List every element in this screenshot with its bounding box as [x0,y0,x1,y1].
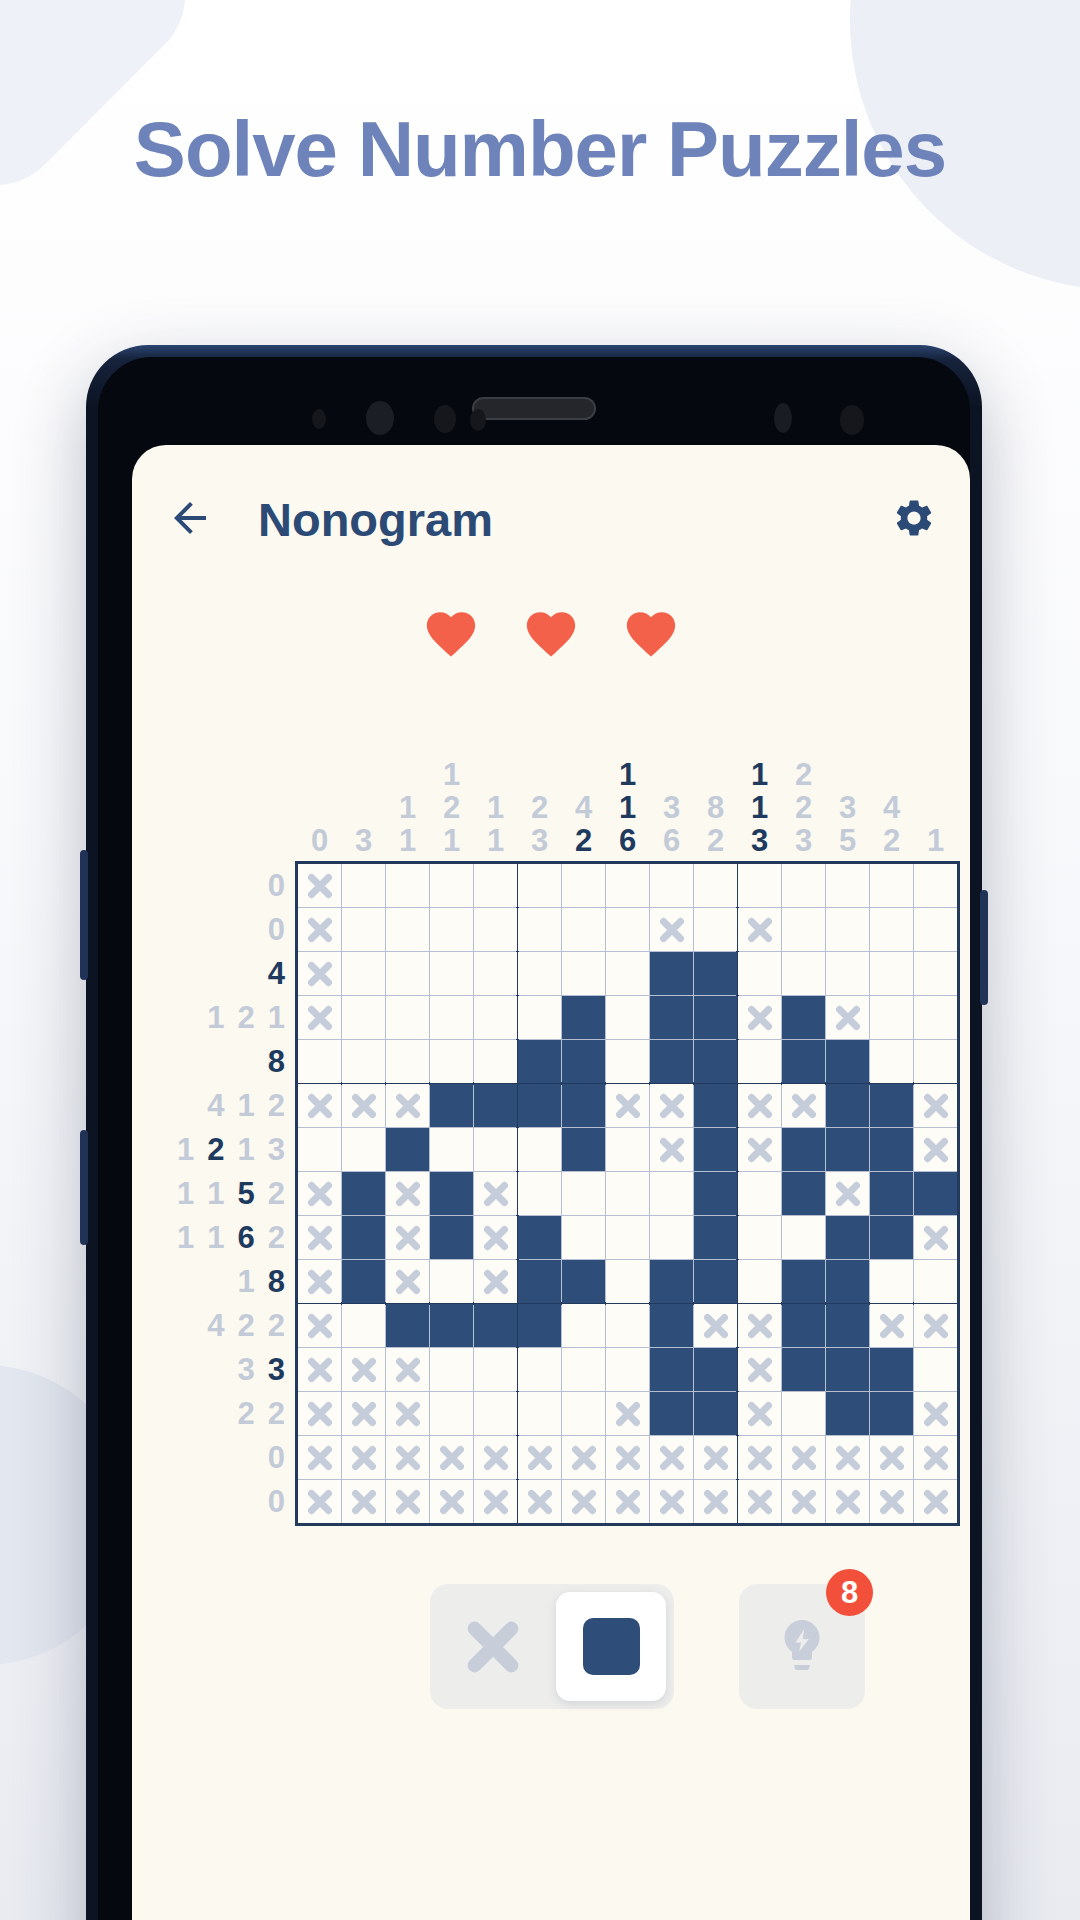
board-cell[interactable] [914,952,957,995]
board-cell[interactable] [606,1480,649,1523]
board-cell[interactable] [650,1392,693,1435]
board-cell[interactable] [430,1392,473,1435]
board-cell[interactable] [518,864,561,907]
board-cell[interactable] [650,1172,693,1215]
clue-number: 1 [487,791,504,824]
board-cell[interactable] [914,1260,957,1303]
board-cell[interactable] [430,1216,473,1259]
board-cell[interactable] [694,996,737,1039]
board-cell[interactable] [694,864,737,907]
board-cell[interactable] [826,1128,869,1171]
board-cell[interactable] [474,1348,517,1391]
board-cell[interactable] [738,1480,781,1523]
clue-number: 6 [619,824,636,857]
board-cell[interactable] [298,1172,341,1215]
board-cell[interactable] [650,908,693,951]
board-cell[interactable] [606,1084,649,1127]
row-clue: 0 [145,1436,285,1479]
clue-number: 3 [268,1133,285,1166]
board-cell[interactable] [694,1392,737,1435]
board-cell[interactable] [650,1260,693,1303]
board-cell[interactable] [826,1040,869,1083]
board-cell[interactable] [606,908,649,951]
clue-number: 2 [795,791,812,824]
board-cell[interactable] [738,1084,781,1127]
board-cell[interactable] [826,908,869,951]
board-cell[interactable] [650,1040,693,1083]
board-cell[interactable] [562,1040,605,1083]
clue-number: 0 [268,1441,285,1474]
col-clue: 121 [430,723,473,857]
board-cell[interactable] [342,1392,385,1435]
board-cell[interactable] [694,1040,737,1083]
board-cell[interactable] [738,1392,781,1435]
clue-number: 2 [268,1221,285,1254]
board-cell[interactable] [386,1304,429,1347]
clue-number: 2 [268,1177,285,1210]
board-cell[interactable] [298,908,341,951]
col-clue: 23 [518,723,561,857]
board-cell[interactable] [650,952,693,995]
board-cell[interactable] [606,1304,649,1347]
board-cell[interactable] [298,1436,341,1479]
board-cell[interactable] [430,1172,473,1215]
board-cell[interactable] [474,1480,517,1523]
board-cell[interactable] [342,1480,385,1523]
board-cell[interactable] [430,1128,473,1171]
row-clue: 22 [145,1392,285,1435]
board-cell[interactable] [870,952,913,995]
board-cell[interactable] [342,1260,385,1303]
board-cell[interactable] [342,908,385,951]
board-cell[interactable] [650,1348,693,1391]
board-cell[interactable] [518,1216,561,1259]
clue-number: 3 [268,1353,285,1386]
board-cell[interactable] [826,1348,869,1391]
clue-number: 4 [883,791,900,824]
board-cell[interactable] [738,908,781,951]
board-cell[interactable] [606,1392,649,1435]
board-cell[interactable] [386,1216,429,1259]
board-cell[interactable] [342,864,385,907]
board-cell[interactable] [914,1392,957,1435]
board-cell[interactable] [474,1216,517,1259]
board-cell[interactable] [562,1304,605,1347]
col-clue: 42 [562,723,605,857]
board-cell[interactable] [870,1128,913,1171]
board-cell[interactable] [430,1040,473,1083]
board-cell[interactable] [826,1216,869,1259]
clue-number: 1 [238,1265,255,1298]
clue-number: 1 [751,791,768,824]
board-cell[interactable] [694,1260,737,1303]
board-cell[interactable] [782,1436,825,1479]
board-cell[interactable] [342,1040,385,1083]
board-cell[interactable] [782,1348,825,1391]
board-cell[interactable] [738,1436,781,1479]
board-cell[interactable] [826,1084,869,1127]
board-cell[interactable] [474,996,517,1039]
board-cell[interactable] [562,1172,605,1215]
board-cell[interactable] [870,1172,913,1215]
board-cell[interactable] [694,1304,737,1347]
board-cell[interactable] [870,1480,913,1523]
col-clue: 42 [870,723,913,857]
board-cell[interactable] [562,996,605,1039]
app-header: Nonogram [132,487,970,551]
board-cell[interactable] [474,1436,517,1479]
board-cell[interactable] [474,1304,517,1347]
clue-number: 2 [268,1397,285,1430]
board-cell[interactable] [298,996,341,1039]
board-cell[interactable] [474,908,517,951]
board-cell[interactable] [298,1392,341,1435]
board-cell[interactable] [738,1040,781,1083]
board-cell[interactable] [694,1348,737,1391]
board-cell[interactable] [870,1436,913,1479]
board-cell[interactable] [914,1216,957,1259]
row-clue: 0 [145,1480,285,1523]
board-cell[interactable] [826,1392,869,1435]
board-cell[interactable] [738,1216,781,1259]
board-cell[interactable] [562,1436,605,1479]
board-cell[interactable] [782,952,825,995]
board-cell[interactable] [298,952,341,995]
clue-number: 1 [443,758,460,791]
board-cell[interactable] [430,1304,473,1347]
board-cell[interactable] [298,1040,341,1083]
board-cell[interactable] [562,864,605,907]
clue-number: 2 [443,791,460,824]
board-cell[interactable] [826,1480,869,1523]
settings-button[interactable] [892,496,936,543]
board-cell[interactable] [298,1128,341,1171]
board-cell[interactable] [430,996,473,1039]
board-cell[interactable] [342,996,385,1039]
board-cell[interactable] [826,1260,869,1303]
board-cell[interactable] [650,1216,693,1259]
board-cell[interactable] [694,1172,737,1215]
board-cell[interactable] [738,996,781,1039]
board-cell[interactable] [474,1392,517,1435]
board-cell[interactable] [386,1128,429,1171]
board-cell[interactable] [298,1480,341,1523]
clue-number: 6 [663,824,680,857]
clue-number: 2 [268,1309,285,1342]
row-clue: 1162 [145,1216,285,1259]
board-cell[interactable] [562,1128,605,1171]
board-cell[interactable] [562,1348,605,1391]
clue-number: 3 [839,791,856,824]
sensor-dot-icon [434,405,456,433]
board-cell[interactable] [914,908,957,951]
board-cell[interactable] [562,1392,605,1435]
board-cell[interactable] [870,1216,913,1259]
board-cell[interactable] [650,996,693,1039]
board-cell[interactable] [342,1216,385,1259]
board-cell[interactable] [826,996,869,1039]
back-button[interactable] [166,494,214,545]
board-cell[interactable] [430,864,473,907]
board-cell[interactable] [870,1260,913,1303]
clue-number: 1 [207,1001,224,1034]
clue-number: 0 [268,913,285,946]
board-cell[interactable] [386,1040,429,1083]
board-cell[interactable] [342,1348,385,1391]
column-clues: 0311121112342116368211322335421 [298,723,957,857]
board-cell[interactable] [694,1480,737,1523]
board-cell[interactable] [914,1304,957,1347]
board-cell[interactable] [738,1348,781,1391]
board-cell[interactable] [914,1480,957,1523]
board-cell[interactable] [430,952,473,995]
board-cell[interactable] [386,1260,429,1303]
board-cell[interactable] [782,1084,825,1127]
board-cell[interactable] [914,1040,957,1083]
board-cell[interactable] [474,1172,517,1215]
heart-icon [520,605,582,667]
board-cell[interactable] [738,864,781,907]
board-cell[interactable] [914,864,957,907]
clue-number: 2 [238,1309,255,1342]
col-clue: 0 [298,723,341,857]
board-cell[interactable] [562,908,605,951]
x-mark-icon [460,1614,526,1680]
board-cell[interactable] [914,1084,957,1127]
board-cell[interactable] [914,1348,957,1391]
board-cell[interactable] [870,1040,913,1083]
lives-row [132,605,970,667]
board-cell[interactable] [474,1128,517,1171]
board-cell[interactable] [562,1260,605,1303]
nonogram-board [295,861,960,1526]
clue-number: 4 [207,1309,224,1342]
board-cell[interactable] [518,1480,561,1523]
board-cell[interactable] [650,864,693,907]
clue-number: 0 [268,1485,285,1518]
board-cell[interactable] [518,996,561,1039]
board-cell[interactable] [826,1172,869,1215]
board-cell[interactable] [650,1128,693,1171]
board-cell[interactable] [694,1216,737,1259]
sensor-dot-icon [774,403,792,433]
board-cell[interactable] [562,1480,605,1523]
board-cell[interactable] [870,1084,913,1127]
board-cell[interactable] [782,1304,825,1347]
clue-number: 4 [207,1089,224,1122]
board-cell[interactable] [694,1128,737,1171]
clue-number: 8 [707,791,724,824]
board-cell[interactable] [870,1304,913,1347]
board-cell[interactable] [870,864,913,907]
board-cell[interactable] [386,1172,429,1215]
clue-number: 1 [619,758,636,791]
board-cell[interactable] [518,1040,561,1083]
board-cell[interactable] [782,1040,825,1083]
board-cell[interactable] [386,908,429,951]
clue-number: 1 [399,824,416,857]
board-cell[interactable] [870,1392,913,1435]
board-cell[interactable] [562,1216,605,1259]
board-cell[interactable] [606,864,649,907]
col-clue: 36 [650,723,693,857]
board-cell[interactable] [386,952,429,995]
board-cell[interactable] [782,1172,825,1215]
board-cell[interactable] [518,1436,561,1479]
board-cell[interactable] [782,1392,825,1435]
clue-number: 3 [751,824,768,857]
board-cell[interactable] [738,952,781,995]
board-cell[interactable] [298,1084,341,1127]
board-cell[interactable] [386,1480,429,1523]
board-cell[interactable] [298,864,341,907]
clue-number: 3 [531,824,548,857]
clue-number: 6 [238,1221,255,1254]
board-cell[interactable] [826,864,869,907]
board-cell[interactable] [738,1128,781,1171]
board-cell[interactable] [694,1436,737,1479]
board-cell[interactable] [606,1172,649,1215]
clue-number: 2 [207,1133,224,1166]
board-cell[interactable] [518,1304,561,1347]
row-clue: 33 [145,1348,285,1391]
clue-number: 4 [575,791,592,824]
board-cell[interactable] [782,996,825,1039]
board-cell[interactable] [694,1084,737,1127]
board-cell[interactable] [738,1304,781,1347]
clue-number: 2 [795,758,812,791]
clue-number: 1 [177,1177,194,1210]
board-cell[interactable] [342,1172,385,1215]
board-cell[interactable] [518,952,561,995]
board-cell[interactable] [870,908,913,951]
board-cell[interactable] [914,1436,957,1479]
board-cell[interactable] [386,864,429,907]
board-cell[interactable] [298,1348,341,1391]
row-clue: 1152 [145,1172,285,1215]
board-cell[interactable] [826,1436,869,1479]
phone-frame: Nonogram 0311121112342116368211322335421… [86,345,982,1920]
board-cell[interactable] [518,1128,561,1171]
board-cell[interactable] [386,1392,429,1435]
board-cell[interactable] [518,1260,561,1303]
page-title: Solve Number Puzzles [0,104,1080,195]
board-cell[interactable] [870,1348,913,1391]
board-cell[interactable] [430,1436,473,1479]
board-cell[interactable] [342,1084,385,1127]
board-cell[interactable] [914,1172,957,1215]
row-clue: 412 [145,1084,285,1127]
row-clue: 0 [145,864,285,907]
board-cell[interactable] [518,1172,561,1215]
hint-button[interactable]: 8 [739,1584,865,1709]
board-cell[interactable] [474,1260,517,1303]
board-cell[interactable] [386,1084,429,1127]
board-cell[interactable] [606,1436,649,1479]
board-cell[interactable] [518,908,561,951]
board-cell[interactable] [694,952,737,995]
board-cell[interactable] [782,1216,825,1259]
board-cell[interactable] [562,1084,605,1127]
board-cell[interactable] [606,1040,649,1083]
board-cell[interactable] [474,864,517,907]
board-cell[interactable] [914,1128,957,1171]
board-cell[interactable] [430,1480,473,1523]
board-cell[interactable] [606,1216,649,1259]
board-cell[interactable] [518,1084,561,1127]
board-cell[interactable] [474,1040,517,1083]
board-cell[interactable] [782,1128,825,1171]
clue-number: 1 [927,824,944,857]
board-cell[interactable] [386,996,429,1039]
board-cell[interactable] [738,1260,781,1303]
phone-bezel: Nonogram 0311121112342116368211322335421… [98,357,970,1920]
clue-number: 2 [883,824,900,857]
phone-bixby-button [80,1130,88,1245]
sensor-dot-icon [312,409,326,429]
board-cell[interactable] [782,1480,825,1523]
board-cell[interactable] [870,996,913,1039]
board-cell[interactable] [430,1084,473,1127]
board-cell[interactable] [782,908,825,951]
mark-x-tool-button[interactable] [430,1584,556,1709]
col-clue: 35 [826,723,869,857]
board-cell[interactable] [606,1348,649,1391]
board-cell[interactable] [298,1216,341,1259]
board-cell[interactable] [826,1304,869,1347]
board-cell[interactable] [474,952,517,995]
clue-number: 2 [268,1089,285,1122]
clue-number: 2 [531,791,548,824]
row-clue: 8 [145,1040,285,1083]
board-cell[interactable] [430,1348,473,1391]
board-cell[interactable] [782,864,825,907]
board-cell[interactable] [650,1084,693,1127]
board-cell[interactable] [606,1260,649,1303]
board-cell[interactable] [650,1304,693,1347]
phone-power-button [980,890,988,1005]
board-cell[interactable] [298,1304,341,1347]
board-cell[interactable] [386,1436,429,1479]
board-cell[interactable] [606,996,649,1039]
col-clue: 3 [342,723,385,857]
board-cell[interactable] [342,1128,385,1171]
fill-tool-button-selected[interactable] [556,1592,666,1701]
col-clue: 223 [782,723,825,857]
phone-volume-button [80,850,88,980]
board-cell[interactable] [606,1128,649,1171]
board-cell[interactable] [562,952,605,995]
board-cell[interactable] [782,1260,825,1303]
board-cell[interactable] [606,952,649,995]
board-cell[interactable] [738,1172,781,1215]
board-cell[interactable] [474,1084,517,1127]
board-cell[interactable] [694,908,737,951]
board-cell[interactable] [430,908,473,951]
board-cell[interactable] [826,952,869,995]
board-cell[interactable] [386,1348,429,1391]
board-cell[interactable] [518,1392,561,1435]
board-cell[interactable] [342,1304,385,1347]
board-cell[interactable] [430,1260,473,1303]
board-cell[interactable] [650,1436,693,1479]
board-cell[interactable] [298,1260,341,1303]
board-cell[interactable] [650,1480,693,1523]
board-cell[interactable] [518,1348,561,1391]
board-cell[interactable] [914,996,957,1039]
board-cell[interactable] [342,1436,385,1479]
board-cell[interactable] [342,952,385,995]
